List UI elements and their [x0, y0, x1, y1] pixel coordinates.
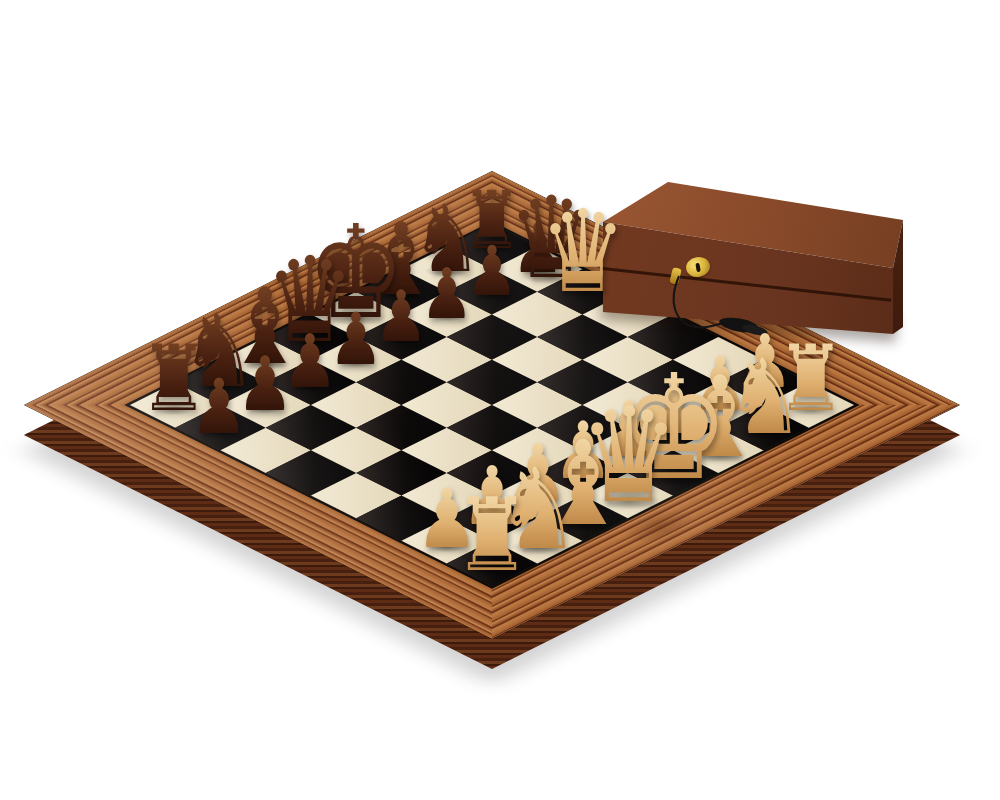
product-photo-scene: ♜♞♝♛♚♝♞♜♟♟♟♟♟♟♟♟♟♟♟♟♟♟♟♟♜♞♝♛♚♝♞♜♛♛ [0, 0, 1000, 800]
piece-white-rook: ♜ [454, 485, 531, 586]
piece-black-pawn: ♟ [190, 369, 248, 445]
piece-white-queen: ♛ [540, 195, 627, 309]
